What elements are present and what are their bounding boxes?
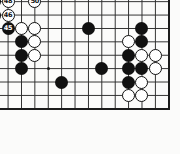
white-stone (28, 35, 41, 48)
white-stone (122, 89, 135, 102)
black-stone-45: 45 (2, 22, 15, 35)
white-stone (15, 22, 28, 35)
white-stone (122, 35, 135, 48)
star-point (47, 67, 50, 70)
black-stone (135, 22, 148, 35)
white-stone-48: 48 (2, 0, 15, 8)
go-diagram: 48504645 (0, 0, 180, 154)
white-stone (149, 62, 162, 75)
white-stone-50: 50 (28, 0, 41, 8)
stone-label: 50 (31, 0, 39, 5)
white-stone (135, 89, 148, 102)
white-stone (149, 49, 162, 62)
stone-label: 48 (4, 0, 12, 5)
white-stone (135, 76, 148, 89)
black-stone (122, 49, 135, 62)
black-stone (82, 22, 95, 35)
stone-label: 45 (4, 25, 12, 32)
black-stone (15, 49, 28, 62)
black-stone (95, 62, 108, 75)
black-stone (135, 35, 148, 48)
white-stone (135, 49, 148, 62)
black-stone (15, 35, 28, 48)
black-stone (55, 76, 68, 89)
stone-label: 46 (4, 12, 12, 19)
white-stone-46: 46 (2, 9, 15, 22)
white-stone (28, 22, 41, 35)
go-board: 48504645 (0, 0, 175, 116)
black-stone (15, 62, 28, 75)
black-stone (122, 76, 135, 89)
white-stone (28, 49, 41, 62)
black-stone (122, 62, 135, 75)
black-stone (135, 62, 148, 75)
